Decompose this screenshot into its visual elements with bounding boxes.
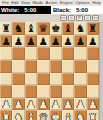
black-pawn-piece[interactable]: ♟ bbox=[88, 35, 97, 47]
square-f7[interactable]: ♟ bbox=[62, 35, 74, 48]
square-d3[interactable] bbox=[37, 85, 49, 98]
square-h7[interactable]: ♟ bbox=[87, 35, 99, 48]
black-rook-piece[interactable]: ♜ bbox=[1, 22, 10, 34]
square-b4[interactable] bbox=[12, 73, 24, 86]
square-c8[interactable]: ♝ bbox=[25, 22, 37, 35]
window-edge-strip bbox=[99, 22, 103, 120]
square-a5[interactable] bbox=[0, 60, 12, 73]
white-pawn-piece[interactable]: ♟ bbox=[26, 98, 35, 110]
black-knight-piece[interactable]: ♞ bbox=[76, 22, 85, 34]
square-h3[interactable] bbox=[87, 85, 99, 98]
square-h1[interactable]: ♜ bbox=[87, 110, 99, 120]
square-e8[interactable]: ♚ bbox=[50, 22, 62, 35]
square-b3[interactable] bbox=[12, 85, 24, 98]
navigation-toolbar: <<<P>>> bbox=[0, 14, 103, 22]
white-knight-piece[interactable]: ♞ bbox=[76, 111, 85, 120]
white-pawn-piece[interactable]: ♟ bbox=[1, 98, 10, 110]
white-king-piece[interactable]: ♚ bbox=[51, 111, 60, 120]
square-f1[interactable]: ♝ bbox=[62, 110, 74, 120]
square-h6[interactable] bbox=[87, 47, 99, 60]
step-forward-button[interactable]: > bbox=[84, 15, 91, 21]
square-h4[interactable] bbox=[87, 73, 99, 86]
square-g5[interactable] bbox=[74, 60, 86, 73]
square-d4[interactable] bbox=[37, 73, 49, 86]
square-f3[interactable] bbox=[62, 85, 74, 98]
square-h8[interactable]: ♜ bbox=[87, 22, 99, 35]
pause-button[interactable]: P bbox=[76, 15, 83, 21]
square-b6[interactable] bbox=[12, 47, 24, 60]
square-g6[interactable] bbox=[74, 47, 86, 60]
square-b7[interactable]: ♟ bbox=[12, 35, 24, 48]
square-c5[interactable] bbox=[25, 60, 37, 73]
square-a2[interactable]: ♟ bbox=[0, 98, 12, 111]
white-rook-piece[interactable]: ♜ bbox=[1, 111, 10, 120]
white-bishop-piece[interactable]: ♝ bbox=[26, 111, 35, 120]
square-d8[interactable]: ♛ bbox=[37, 22, 49, 35]
step-back-button[interactable]: < bbox=[68, 15, 75, 21]
square-g3[interactable] bbox=[74, 85, 86, 98]
black-bishop-piece[interactable]: ♝ bbox=[63, 22, 72, 34]
black-king-piece[interactable]: ♚ bbox=[51, 22, 60, 34]
square-e3[interactable] bbox=[50, 85, 62, 98]
square-c2[interactable]: ♟ bbox=[25, 98, 37, 111]
square-b5[interactable] bbox=[12, 60, 24, 73]
square-c1[interactable]: ♝ bbox=[25, 110, 37, 120]
black-pawn-piece[interactable]: ♟ bbox=[51, 35, 60, 47]
square-e6[interactable] bbox=[50, 47, 62, 60]
white-rook-piece[interactable]: ♜ bbox=[88, 111, 97, 120]
square-e1[interactable]: ♚ bbox=[50, 110, 62, 120]
square-f6[interactable] bbox=[62, 47, 74, 60]
black-pawn-piece[interactable]: ♟ bbox=[63, 35, 72, 47]
square-e7[interactable]: ♟ bbox=[50, 35, 62, 48]
square-f8[interactable]: ♝ bbox=[62, 22, 74, 35]
square-b8[interactable]: ♞ bbox=[12, 22, 24, 35]
square-e4[interactable] bbox=[50, 73, 62, 86]
square-c7[interactable]: ♟ bbox=[25, 35, 37, 48]
square-d2[interactable]: ♟ bbox=[37, 98, 49, 111]
square-d7[interactable]: ♟ bbox=[37, 35, 49, 48]
square-c3[interactable] bbox=[25, 85, 37, 98]
clock-bar: White: 5:00 Black: 5:00 bbox=[0, 6, 103, 14]
black-clock: Black: 5:00 bbox=[51, 6, 88, 14]
square-a6[interactable] bbox=[0, 47, 12, 60]
fast-forward-to-end-button[interactable]: >> bbox=[92, 15, 99, 21]
square-a1[interactable]: ♜ bbox=[0, 110, 12, 120]
square-c6[interactable] bbox=[25, 47, 37, 60]
square-b1[interactable]: ♞ bbox=[12, 110, 24, 120]
square-f4[interactable] bbox=[62, 73, 74, 86]
white-queen-piece[interactable]: ♛ bbox=[39, 111, 48, 120]
square-g1[interactable]: ♞ bbox=[74, 110, 86, 120]
square-d5[interactable] bbox=[37, 60, 49, 73]
square-c4[interactable] bbox=[25, 73, 37, 86]
rewind-to-start-button[interactable]: << bbox=[60, 15, 67, 21]
square-h5[interactable] bbox=[87, 60, 99, 73]
square-h2[interactable]: ♟ bbox=[87, 98, 99, 111]
black-pawn-piece[interactable]: ♟ bbox=[76, 35, 85, 47]
white-pawn-piece[interactable]: ♟ bbox=[88, 98, 97, 110]
square-g2[interactable]: ♟ bbox=[74, 98, 86, 111]
black-clock-time: 5:00 bbox=[76, 6, 88, 14]
square-b2[interactable]: ♟ bbox=[12, 98, 24, 111]
square-g4[interactable] bbox=[74, 73, 86, 86]
black-pawn-piece[interactable]: ♟ bbox=[1, 35, 10, 47]
chess-board-grid: ♜♞♝♛♚♝♞♜♟♟♟♟♟♟♟♟♟♟♟♟♟♟♟♟♜♞♝♛♚♝♞♜ bbox=[0, 22, 99, 120]
square-f2[interactable]: ♟ bbox=[62, 98, 74, 111]
black-rook-piece[interactable]: ♜ bbox=[88, 22, 97, 34]
square-d6[interactable] bbox=[37, 47, 49, 60]
chess-board: ♜♞♝♛♚♝♞♜♟♟♟♟♟♟♟♟♟♟♟♟♟♟♟♟♜♞♝♛♚♝♞♜ bbox=[0, 22, 99, 120]
square-d1[interactable]: ♛ bbox=[37, 110, 49, 120]
square-e2[interactable]: ♟ bbox=[50, 98, 62, 111]
white-bishop-piece[interactable]: ♝ bbox=[63, 111, 72, 120]
square-a8[interactable]: ♜ bbox=[0, 22, 12, 35]
square-a3[interactable] bbox=[0, 85, 12, 98]
white-pawn-piece[interactable]: ♟ bbox=[76, 98, 85, 110]
white-clock: White: 5:00 bbox=[0, 6, 51, 14]
black-pawn-piece[interactable]: ♟ bbox=[26, 35, 35, 47]
white-pawn-piece[interactable]: ♟ bbox=[51, 98, 60, 110]
black-knight-piece[interactable]: ♞ bbox=[14, 22, 23, 34]
black-pawn-piece[interactable]: ♟ bbox=[39, 35, 48, 47]
square-a4[interactable] bbox=[0, 73, 12, 86]
white-clock-time: 5:00 bbox=[24, 6, 36, 14]
white-pawn-piece[interactable]: ♟ bbox=[39, 98, 48, 110]
white-knight-piece[interactable]: ♞ bbox=[14, 111, 23, 120]
black-bishop-piece[interactable]: ♝ bbox=[26, 22, 35, 34]
black-clock-label: Black: bbox=[53, 6, 71, 14]
square-a7[interactable]: ♟ bbox=[0, 35, 12, 48]
square-e5[interactable] bbox=[50, 60, 62, 73]
white-pawn-piece[interactable]: ♟ bbox=[14, 98, 23, 110]
black-queen-piece[interactable]: ♛ bbox=[39, 22, 48, 34]
square-f5[interactable] bbox=[62, 60, 74, 73]
square-g8[interactable]: ♞ bbox=[74, 22, 86, 35]
white-pawn-piece[interactable]: ♟ bbox=[63, 98, 72, 110]
black-pawn-piece[interactable]: ♟ bbox=[14, 35, 23, 47]
white-clock-label: White: bbox=[1, 6, 19, 14]
square-g7[interactable]: ♟ bbox=[74, 35, 86, 48]
